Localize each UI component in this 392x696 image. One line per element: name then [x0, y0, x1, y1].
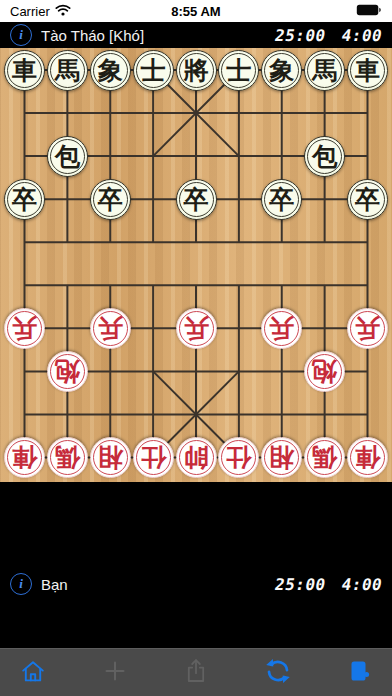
xiangqi-piece-black[interactable]: 卒	[176, 179, 217, 220]
piece-glyph: 馬	[312, 58, 337, 83]
xiangqi-piece-red[interactable]: 兵	[176, 308, 217, 349]
xiangqi-piece-red[interactable]: 俥	[347, 437, 388, 478]
piece-glyph: 炮	[55, 359, 80, 384]
xiangqi-piece-black[interactable]: 象	[90, 50, 131, 91]
bottom-player-name: Bạn	[41, 576, 275, 593]
xiangqi-piece-red[interactable]: 炮	[47, 351, 88, 392]
piece-glyph: 相	[98, 445, 123, 470]
xiangqi-piece-black[interactable]: 車	[4, 50, 45, 91]
share-button[interactable]	[173, 652, 219, 694]
xiangqi-piece-red[interactable]: 帥	[176, 437, 217, 478]
xiangqi-piece-red[interactable]: 傌	[304, 437, 345, 478]
top-move-clock: 4:00	[340, 26, 384, 45]
piece-glyph: 仕	[141, 445, 166, 470]
board-grid	[0, 48, 392, 482]
xiangqi-piece-black[interactable]: 卒	[347, 179, 388, 220]
plus-icon	[101, 657, 129, 688]
xiangqi-piece-red[interactable]: 兵	[4, 308, 45, 349]
xiangqi-board[interactable]: 車馬象士將士象馬車包包卒卒卒卒卒兵兵兵兵兵炮炮俥傌相仕帥仕相傌俥	[0, 48, 392, 482]
xiangqi-piece-black[interactable]: 士	[133, 50, 174, 91]
new-game-button[interactable]	[92, 652, 138, 694]
home-icon	[19, 657, 47, 688]
top-player-name: Tào Tháo [Khó]	[41, 27, 275, 44]
xiangqi-piece-red[interactable]: 相	[90, 437, 131, 478]
piece-glyph: 卒	[269, 187, 294, 212]
refresh-icon	[264, 657, 292, 688]
lower-panel: i Bạn 25:00 4:00	[0, 482, 392, 648]
piece-glyph: 象	[98, 58, 123, 83]
home-button[interactable]	[10, 652, 56, 694]
status-time: 8:55 AM	[0, 4, 392, 19]
info-icon: i	[19, 27, 23, 43]
xiangqi-piece-black[interactable]: 卒	[4, 179, 45, 220]
piece-glyph: 傌	[312, 445, 337, 470]
xiangqi-piece-black[interactable]: 卒	[261, 179, 302, 220]
piece-glyph: 帥	[184, 445, 209, 470]
piece-glyph: 兵	[12, 316, 37, 341]
xiangqi-piece-red[interactable]: 俥	[4, 437, 45, 478]
xiangqi-piece-red[interactable]: 傌	[47, 437, 88, 478]
piece-glyph: 車	[355, 58, 380, 83]
xiangqi-piece-black[interactable]: 士	[218, 50, 259, 91]
bottom-player-info-button[interactable]: i	[10, 573, 32, 595]
bottom-player-bar: i Bạn 25:00 4:00	[0, 568, 392, 600]
piece-glyph: 相	[269, 445, 294, 470]
piece-glyph: 將	[184, 58, 209, 83]
battery-icon	[356, 2, 382, 20]
piece-glyph: 車	[12, 58, 37, 83]
xiangqi-piece-black[interactable]: 馬	[304, 50, 345, 91]
piece-glyph: 卒	[355, 187, 380, 212]
xiangqi-piece-red[interactable]: 兵	[347, 308, 388, 349]
share-icon	[182, 657, 210, 688]
piece-glyph: 兵	[355, 316, 380, 341]
top-player-clocks: 25:00 4:00	[273, 26, 384, 45]
piece-glyph: 包	[55, 144, 80, 169]
piece-glyph: 卒	[98, 187, 123, 212]
top-player-info-button[interactable]: i	[10, 24, 32, 46]
piece-glyph: 兵	[184, 316, 209, 341]
xiangqi-piece-black[interactable]: 包	[47, 136, 88, 177]
bottom-player-clocks: 25:00 4:00	[273, 575, 384, 594]
piece-glyph: 傌	[55, 445, 80, 470]
save-icon	[345, 657, 373, 688]
piece-glyph: 卒	[12, 187, 37, 212]
app-screen: 8:55 AM Carrier	[0, 0, 392, 696]
piece-glyph: 兵	[98, 316, 123, 341]
xiangqi-piece-red[interactable]: 兵	[261, 308, 302, 349]
piece-glyph: 士	[141, 58, 166, 83]
piece-glyph: 包	[312, 144, 337, 169]
piece-glyph: 炮	[312, 359, 337, 384]
piece-glyph: 卒	[184, 187, 209, 212]
xiangqi-piece-black[interactable]: 卒	[90, 179, 131, 220]
piece-glyph: 兵	[269, 316, 294, 341]
piece-glyph: 俥	[355, 445, 380, 470]
info-icon: i	[19, 576, 23, 592]
xiangqi-piece-black[interactable]: 車	[347, 50, 388, 91]
xiangqi-piece-red[interactable]: 兵	[90, 308, 131, 349]
xiangqi-piece-red[interactable]: 仕	[133, 437, 174, 478]
toolbar	[0, 648, 392, 696]
piece-glyph: 馬	[55, 58, 80, 83]
piece-glyph: 象	[269, 58, 294, 83]
bottom-main-clock: 25:00	[273, 575, 327, 594]
xiangqi-piece-black[interactable]: 包	[304, 136, 345, 177]
xiangqi-piece-red[interactable]: 炮	[304, 351, 345, 392]
xiangqi-piece-black[interactable]: 馬	[47, 50, 88, 91]
xiangqi-piece-black[interactable]: 象	[261, 50, 302, 91]
piece-glyph: 俥	[12, 445, 37, 470]
xiangqi-piece-black[interactable]: 將	[176, 50, 217, 91]
top-main-clock: 25:00	[273, 26, 327, 45]
piece-glyph: 仕	[226, 445, 251, 470]
replay-button[interactable]	[255, 652, 301, 694]
top-player-bar: i Tào Tháo [Khó] 25:00 4:00	[0, 22, 392, 48]
bottom-move-clock: 4:00	[340, 575, 384, 594]
piece-glyph: 士	[226, 58, 251, 83]
save-button[interactable]	[336, 652, 382, 694]
xiangqi-piece-red[interactable]: 相	[261, 437, 302, 478]
status-bar: 8:55 AM Carrier	[0, 0, 392, 22]
